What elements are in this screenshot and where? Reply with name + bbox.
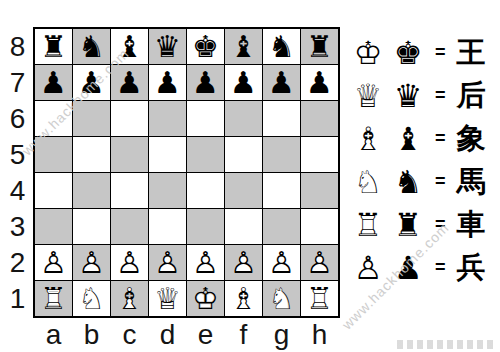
black-king-icon: ♚: [192, 32, 219, 62]
square-d4: [149, 173, 186, 208]
white-pawn-icon: ♙: [78, 248, 105, 278]
black-queen-icon: ♛: [388, 80, 428, 112]
square-b4: [73, 173, 110, 208]
square-e5: [187, 137, 224, 172]
equals-sign: =: [435, 42, 446, 63]
legend-row-king: ♔♚=王: [348, 31, 486, 74]
square-a1: ♖: [35, 281, 72, 316]
black-pawn-icon: ♟: [268, 68, 295, 98]
square-f3: [225, 209, 262, 244]
square-a5: [35, 137, 72, 172]
square-g8: ♞: [263, 29, 300, 64]
equals-sign: =: [435, 214, 446, 235]
square-f8: ♝: [225, 29, 262, 64]
legend-row-queen: ♕♛=后: [348, 74, 486, 117]
black-king-icon: ♚: [388, 37, 428, 69]
square-g6: [263, 101, 300, 136]
square-c2: ♙: [111, 245, 148, 280]
file-label-e: e: [187, 320, 224, 350]
white-rook-icon: ♖: [348, 209, 388, 241]
square-c4: [111, 173, 148, 208]
white-rook-icon: ♖: [306, 284, 333, 314]
square-g3: [263, 209, 300, 244]
square-g4: [263, 173, 300, 208]
square-h7: ♟: [301, 65, 338, 100]
equals-sign: =: [435, 171, 446, 192]
file-label-a: a: [35, 320, 72, 350]
black-bishop-icon: ♝: [388, 123, 428, 155]
white-pawn-icon: ♙: [306, 248, 333, 278]
legend-label-rook: 車: [457, 210, 486, 239]
file-label-h: h: [301, 320, 338, 350]
square-g1: ♘: [263, 281, 300, 316]
legend-row-bishop: ♗♝=象: [348, 117, 486, 160]
rank-label-5: 5: [5, 137, 30, 172]
square-f7: ♟: [225, 65, 262, 100]
square-h2: ♙: [301, 245, 338, 280]
file-label-c: c: [111, 320, 148, 350]
square-a3: [35, 209, 72, 244]
black-pawn-icon: ♟: [192, 68, 219, 98]
square-f4: [225, 173, 262, 208]
square-e4: [187, 173, 224, 208]
legend-label-queen: 后: [457, 81, 486, 110]
black-rook-icon: ♜: [40, 32, 67, 62]
rank-label-3: 3: [5, 209, 30, 244]
white-queen-icon: ♕: [348, 80, 388, 112]
illegible-corner-text: [397, 340, 495, 349]
square-b5: [73, 137, 110, 172]
square-f2: ♙: [225, 245, 262, 280]
file-label-f: f: [225, 320, 262, 350]
square-f5: [225, 137, 262, 172]
square-b7: ♟: [73, 65, 110, 100]
square-b6: [73, 101, 110, 136]
legend-label-pawn: 兵: [457, 253, 486, 282]
black-rook-icon: ♜: [388, 209, 428, 241]
square-c8: ♝: [111, 29, 148, 64]
white-bishop-icon: ♗: [116, 284, 143, 314]
black-knight-icon: ♞: [388, 166, 428, 198]
square-c1: ♗: [111, 281, 148, 316]
square-d7: ♟: [149, 65, 186, 100]
square-a2: ♙: [35, 245, 72, 280]
square-h1: ♖: [301, 281, 338, 316]
square-d2: ♙: [149, 245, 186, 280]
legend-label-bishop: 象: [457, 124, 486, 153]
square-c6: [111, 101, 148, 136]
chess-board: ♜♞♝♛♚♝♞♜♟♟♟♟♟♟♟♟♙♙♙♙♙♙♙♙♖♘♗♕♔♗♘♖: [33, 27, 340, 318]
square-e8: ♚: [187, 29, 224, 64]
rank-label-1: 1: [5, 281, 30, 316]
rank-label-4: 4: [5, 173, 30, 208]
square-d5: [149, 137, 186, 172]
square-g5: [263, 137, 300, 172]
chess-diagram: ♜♞♝♛♚♝♞♜♟♟♟♟♟♟♟♟♙♙♙♙♙♙♙♙♖♘♗♕♔♗♘♖ 8765432…: [0, 0, 500, 352]
square-g2: ♙: [263, 245, 300, 280]
white-pawn-icon: ♙: [230, 248, 257, 278]
file-label-g: g: [263, 320, 300, 350]
square-b2: ♙: [73, 245, 110, 280]
file-label-d: d: [149, 320, 186, 350]
black-knight-icon: ♞: [268, 32, 295, 62]
square-e6: [187, 101, 224, 136]
piece-legend: ♔♚=王♕♛=后♗♝=象♘♞=馬♖♜=車♙♟=兵: [348, 31, 486, 289]
white-pawn-icon: ♙: [192, 248, 219, 278]
square-e7: ♟: [187, 65, 224, 100]
square-b8: ♞: [73, 29, 110, 64]
square-c7: ♟: [111, 65, 148, 100]
file-label-b: b: [73, 320, 110, 350]
black-pawn-icon: ♟: [116, 68, 143, 98]
square-g7: ♟: [263, 65, 300, 100]
white-pawn-icon: ♙: [40, 248, 67, 278]
legend-label-king: 王: [457, 38, 486, 67]
black-bishop-icon: ♝: [230, 32, 257, 62]
square-c5: [111, 137, 148, 172]
square-b3: [73, 209, 110, 244]
black-pawn-icon: ♟: [306, 68, 333, 98]
square-h5: [301, 137, 338, 172]
white-pawn-icon: ♙: [116, 248, 143, 278]
rank-label-2: 2: [5, 245, 30, 280]
square-e2: ♙: [187, 245, 224, 280]
square-e1: ♔: [187, 281, 224, 316]
white-rook-icon: ♖: [40, 284, 67, 314]
equals-sign: =: [435, 85, 446, 106]
black-pawn-icon: ♟: [230, 68, 257, 98]
legend-row-knight: ♘♞=馬: [348, 160, 486, 203]
white-queen-icon: ♕: [154, 284, 181, 314]
square-e3: [187, 209, 224, 244]
square-f1: ♗: [225, 281, 262, 316]
square-d8: ♛: [149, 29, 186, 64]
white-knight-icon: ♘: [268, 284, 295, 314]
square-a8: ♜: [35, 29, 72, 64]
white-pawn-icon: ♙: [154, 248, 181, 278]
white-knight-icon: ♘: [78, 284, 105, 314]
square-b1: ♘: [73, 281, 110, 316]
white-pawn-icon: ♙: [268, 248, 295, 278]
rank-label-6: 6: [5, 101, 30, 136]
black-bishop-icon: ♝: [116, 32, 143, 62]
square-f6: [225, 101, 262, 136]
square-a6: [35, 101, 72, 136]
black-pawn-icon: ♟: [388, 252, 428, 284]
white-knight-icon: ♘: [348, 166, 388, 198]
black-pawn-icon: ♟: [78, 68, 105, 98]
square-a4: [35, 173, 72, 208]
legend-label-knight: 馬: [457, 167, 486, 196]
square-h8: ♜: [301, 29, 338, 64]
black-pawn-icon: ♟: [154, 68, 181, 98]
white-king-icon: ♔: [192, 284, 219, 314]
black-pawn-icon: ♟: [40, 68, 67, 98]
white-pawn-icon: ♙: [348, 252, 388, 284]
square-d6: [149, 101, 186, 136]
white-bishop-icon: ♗: [348, 123, 388, 155]
black-rook-icon: ♜: [306, 32, 333, 62]
equals-sign: =: [435, 257, 446, 278]
square-c3: [111, 209, 148, 244]
square-h6: [301, 101, 338, 136]
square-a7: ♟: [35, 65, 72, 100]
white-bishop-icon: ♗: [230, 284, 257, 314]
square-d3: [149, 209, 186, 244]
rank-label-8: 8: [5, 29, 30, 64]
black-queen-icon: ♛: [154, 32, 181, 62]
rank-label-7: 7: [5, 65, 30, 100]
white-king-icon: ♔: [348, 37, 388, 69]
black-knight-icon: ♞: [78, 32, 105, 62]
square-h4: [301, 173, 338, 208]
square-h3: [301, 209, 338, 244]
legend-row-rook: ♖♜=車: [348, 203, 486, 246]
legend-row-pawn: ♙♟=兵: [348, 246, 486, 289]
equals-sign: =: [435, 128, 446, 149]
square-d1: ♕: [149, 281, 186, 316]
